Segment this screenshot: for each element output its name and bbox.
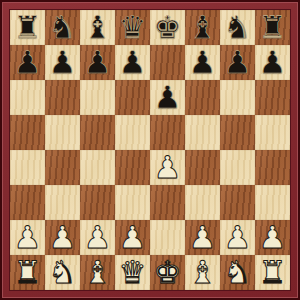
chess-board: ♜♞♝♛♚♝♞♜♟♟♟♟♟♟♟♟♟♟♟♟♟♟♟♟♜♞♝♛♚♝♞♜	[10, 10, 290, 290]
piece-white-knight-b1[interactable]: ♞	[49, 255, 77, 290]
square-c8[interactable]: ♝	[80, 10, 115, 45]
square-e7[interactable]	[150, 45, 185, 80]
square-e1[interactable]: ♚	[150, 255, 185, 290]
square-d2[interactable]: ♟	[115, 220, 150, 255]
square-f4[interactable]	[185, 150, 220, 185]
square-h5[interactable]	[255, 115, 290, 150]
square-b5[interactable]	[45, 115, 80, 150]
square-h3[interactable]	[255, 185, 290, 220]
square-e3[interactable]	[150, 185, 185, 220]
piece-black-pawn-g7[interactable]: ♟	[224, 45, 252, 80]
piece-black-queen-d8[interactable]: ♛	[119, 10, 147, 45]
piece-white-pawn-a2[interactable]: ♟	[14, 220, 42, 255]
piece-black-pawn-d7[interactable]: ♟	[119, 45, 147, 80]
square-c4[interactable]	[80, 150, 115, 185]
square-c3[interactable]	[80, 185, 115, 220]
square-c5[interactable]	[80, 115, 115, 150]
square-f7[interactable]: ♟	[185, 45, 220, 80]
square-f3[interactable]	[185, 185, 220, 220]
square-d4[interactable]	[115, 150, 150, 185]
square-a7[interactable]: ♟	[10, 45, 45, 80]
piece-black-rook-a8[interactable]: ♜	[14, 10, 42, 45]
piece-white-pawn-b2[interactable]: ♟	[49, 220, 77, 255]
square-a4[interactable]	[10, 150, 45, 185]
square-d3[interactable]	[115, 185, 150, 220]
square-g4[interactable]	[220, 150, 255, 185]
square-d5[interactable]	[115, 115, 150, 150]
chess-board-frame: ♜♞♝♛♚♝♞♜♟♟♟♟♟♟♟♟♟♟♟♟♟♟♟♟♜♞♝♛♚♝♞♜	[0, 0, 300, 300]
square-b3[interactable]	[45, 185, 80, 220]
square-c6[interactable]	[80, 80, 115, 115]
square-g5[interactable]	[220, 115, 255, 150]
square-a5[interactable]	[10, 115, 45, 150]
piece-black-bishop-f8[interactable]: ♝	[189, 10, 217, 45]
piece-black-king-e8[interactable]: ♚	[154, 10, 182, 45]
square-g1[interactable]: ♞	[220, 255, 255, 290]
square-g7[interactable]: ♟	[220, 45, 255, 80]
square-e8[interactable]: ♚	[150, 10, 185, 45]
square-f5[interactable]	[185, 115, 220, 150]
square-f8[interactable]: ♝	[185, 10, 220, 45]
piece-black-pawn-f7[interactable]: ♟	[189, 45, 217, 80]
piece-white-pawn-h2[interactable]: ♟	[259, 220, 287, 255]
piece-white-pawn-f2[interactable]: ♟	[189, 220, 217, 255]
square-d8[interactable]: ♛	[115, 10, 150, 45]
square-b6[interactable]	[45, 80, 80, 115]
square-f2[interactable]: ♟	[185, 220, 220, 255]
square-a1[interactable]: ♜	[10, 255, 45, 290]
piece-white-pawn-c2[interactable]: ♟	[84, 220, 112, 255]
square-b4[interactable]	[45, 150, 80, 185]
square-h6[interactable]	[255, 80, 290, 115]
square-a3[interactable]	[10, 185, 45, 220]
piece-white-bishop-c1[interactable]: ♝	[84, 255, 112, 290]
square-h7[interactable]: ♟	[255, 45, 290, 80]
piece-black-knight-b8[interactable]: ♞	[49, 10, 77, 45]
piece-white-king-e1[interactable]: ♚	[154, 255, 182, 290]
square-c1[interactable]: ♝	[80, 255, 115, 290]
piece-black-pawn-e6[interactable]: ♟	[154, 80, 182, 115]
square-d6[interactable]	[115, 80, 150, 115]
square-b7[interactable]: ♟	[45, 45, 80, 80]
piece-white-bishop-f1[interactable]: ♝	[189, 255, 217, 290]
piece-white-pawn-e4[interactable]: ♟	[154, 150, 182, 185]
square-a2[interactable]: ♟	[10, 220, 45, 255]
piece-white-queen-d1[interactable]: ♛	[119, 255, 147, 290]
piece-black-pawn-h7[interactable]: ♟	[259, 45, 287, 80]
square-h2[interactable]: ♟	[255, 220, 290, 255]
square-b2[interactable]: ♟	[45, 220, 80, 255]
square-c2[interactable]: ♟	[80, 220, 115, 255]
square-f1[interactable]: ♝	[185, 255, 220, 290]
square-h8[interactable]: ♜	[255, 10, 290, 45]
square-b1[interactable]: ♞	[45, 255, 80, 290]
square-h1[interactable]: ♜	[255, 255, 290, 290]
square-e2[interactable]	[150, 220, 185, 255]
square-e6[interactable]: ♟	[150, 80, 185, 115]
square-a8[interactable]: ♜	[10, 10, 45, 45]
square-g8[interactable]: ♞	[220, 10, 255, 45]
piece-white-pawn-d2[interactable]: ♟	[119, 220, 147, 255]
square-g3[interactable]	[220, 185, 255, 220]
piece-black-pawn-a7[interactable]: ♟	[14, 45, 42, 80]
square-g6[interactable]	[220, 80, 255, 115]
square-e4[interactable]: ♟	[150, 150, 185, 185]
piece-white-knight-g1[interactable]: ♞	[224, 255, 252, 290]
square-d7[interactable]: ♟	[115, 45, 150, 80]
piece-black-rook-h8[interactable]: ♜	[259, 10, 287, 45]
square-d1[interactable]: ♛	[115, 255, 150, 290]
square-b8[interactable]: ♞	[45, 10, 80, 45]
square-g2[interactable]: ♟	[220, 220, 255, 255]
square-f6[interactable]	[185, 80, 220, 115]
square-e5[interactable]	[150, 115, 185, 150]
piece-black-knight-g8[interactable]: ♞	[224, 10, 252, 45]
piece-white-rook-h1[interactable]: ♜	[259, 255, 287, 290]
square-c7[interactable]: ♟	[80, 45, 115, 80]
piece-black-pawn-c7[interactable]: ♟	[84, 45, 112, 80]
piece-white-rook-a1[interactable]: ♜	[14, 255, 42, 290]
piece-black-pawn-b7[interactable]: ♟	[49, 45, 77, 80]
piece-white-pawn-g2[interactable]: ♟	[224, 220, 252, 255]
square-h4[interactable]	[255, 150, 290, 185]
piece-black-bishop-c8[interactable]: ♝	[84, 10, 112, 45]
square-a6[interactable]	[10, 80, 45, 115]
